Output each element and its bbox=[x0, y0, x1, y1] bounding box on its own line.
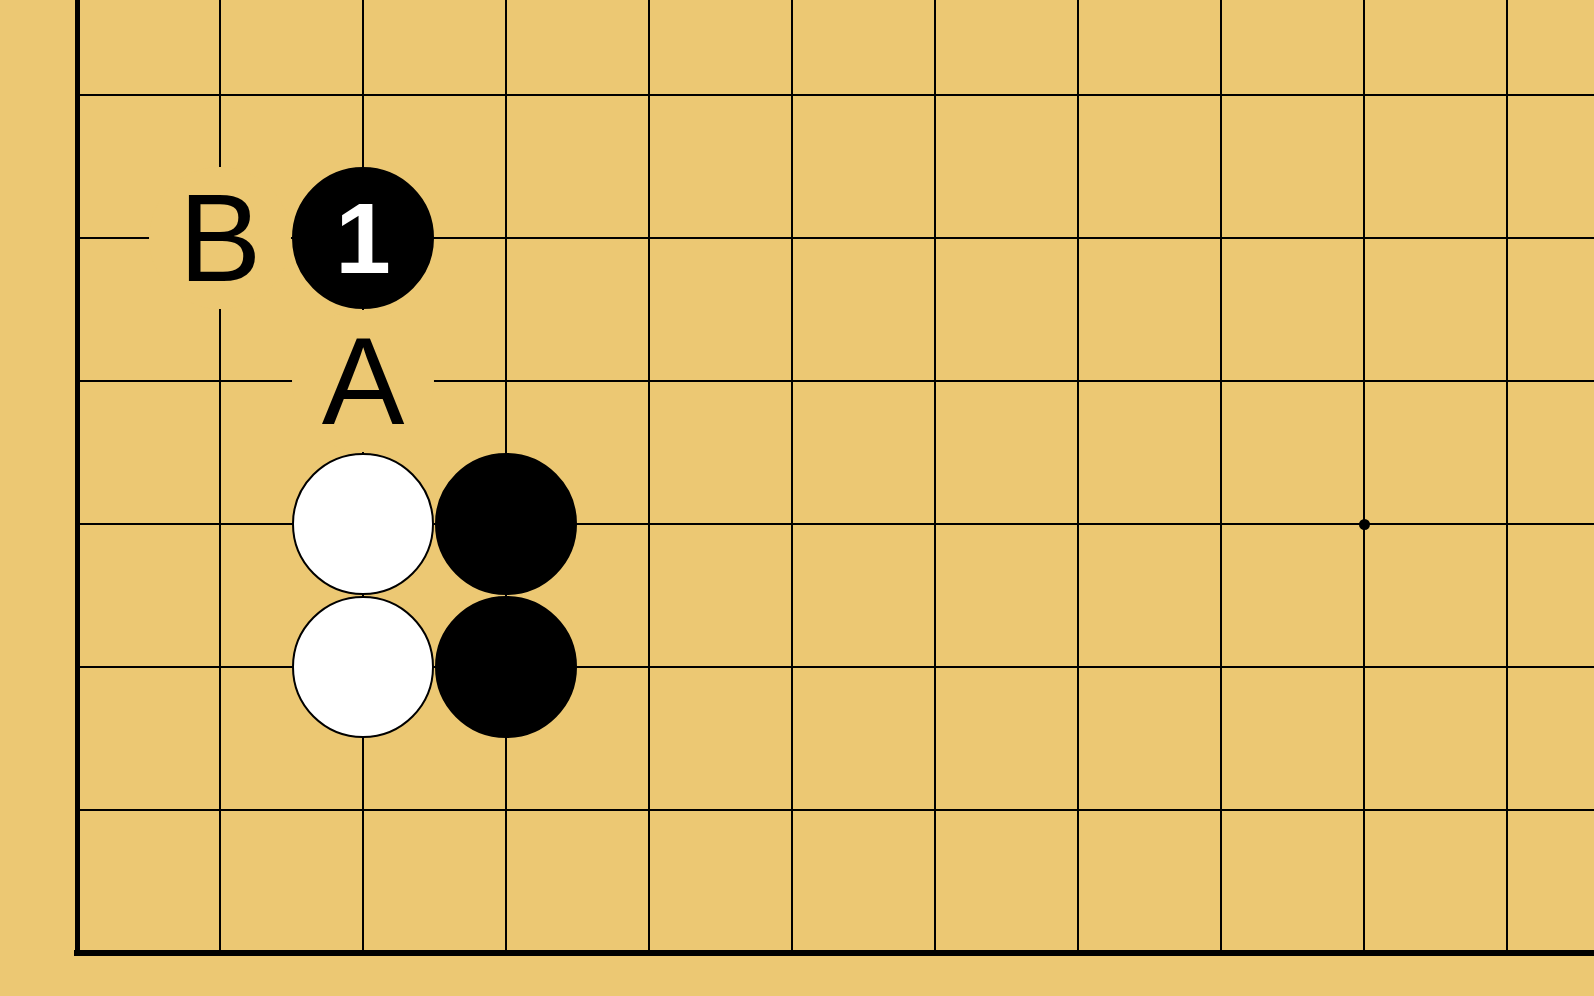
star-point bbox=[1359, 519, 1370, 530]
horizontal-grid-line bbox=[75, 809, 1594, 811]
point-label-a: A bbox=[292, 310, 434, 452]
white-stone-c3 bbox=[292, 596, 434, 738]
vertical-grid-line bbox=[648, 0, 650, 956]
vertical-grid-line bbox=[791, 0, 793, 956]
move-number-label: 1 bbox=[335, 188, 391, 288]
point-label-b: B bbox=[149, 167, 291, 309]
move-1-stone: 1 bbox=[292, 167, 434, 309]
vertical-grid-line bbox=[1077, 0, 1079, 956]
vertical-grid-line bbox=[1506, 0, 1508, 956]
go-board-diagram: AB1 bbox=[0, 0, 1594, 996]
horizontal-grid-line bbox=[75, 94, 1594, 96]
vertical-grid-line bbox=[934, 0, 936, 956]
vertical-grid-line bbox=[219, 0, 221, 956]
board-bottom-edge-line bbox=[74, 950, 1594, 956]
board-left-edge-line bbox=[75, 0, 80, 956]
black-stone-d4 bbox=[435, 453, 577, 595]
vertical-grid-line bbox=[1363, 0, 1365, 956]
white-stone-c4 bbox=[292, 453, 434, 595]
vertical-grid-line bbox=[1220, 0, 1222, 956]
black-stone-d3 bbox=[435, 596, 577, 738]
